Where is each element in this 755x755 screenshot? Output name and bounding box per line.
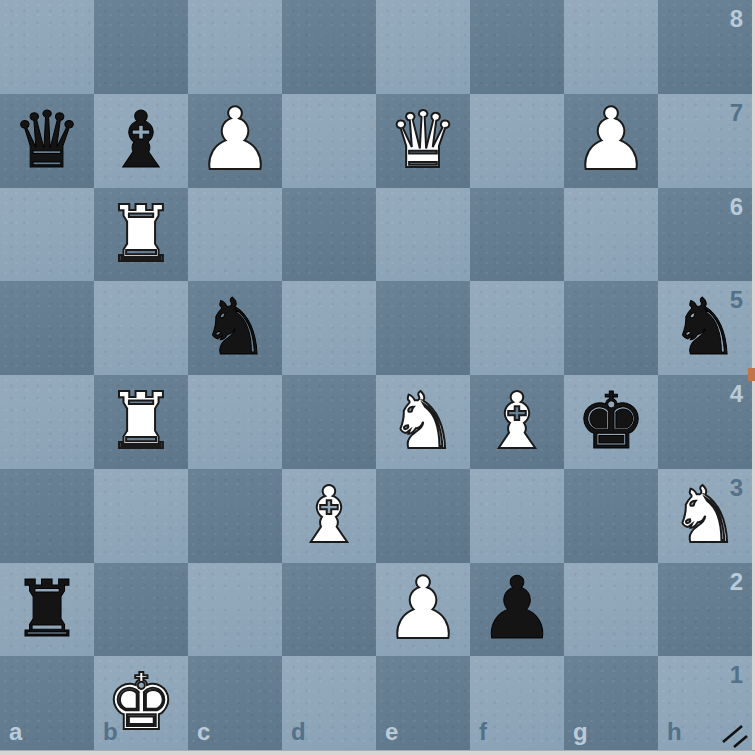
square-f1[interactable]: f	[470, 656, 564, 750]
square-a1[interactable]: a	[0, 656, 94, 750]
chess-board: 8♛♝♟♛♟7♜6♞5♞♜♞♝♚4♝3♞♜♟♟2ab♚cdefg1h	[0, 0, 752, 750]
square-d6[interactable]	[282, 188, 376, 282]
square-h7[interactable]: 7	[658, 94, 752, 188]
square-h5[interactable]: 5♞	[658, 281, 752, 375]
square-b3[interactable]	[94, 469, 188, 563]
square-a6[interactable]	[0, 188, 94, 282]
square-f6[interactable]	[470, 188, 564, 282]
file-label-g: g	[573, 720, 588, 744]
square-e8[interactable]	[376, 0, 470, 94]
square-g1[interactable]: g	[564, 656, 658, 750]
piece-white-bishop[interactable]: ♝	[470, 375, 564, 469]
piece-black-queen[interactable]: ♛	[0, 94, 94, 188]
square-g6[interactable]	[564, 188, 658, 282]
square-b4[interactable]: ♜	[94, 375, 188, 469]
square-d2[interactable]	[282, 563, 376, 657]
square-h8[interactable]: 8	[658, 0, 752, 94]
page-edge-bottom	[0, 750, 755, 755]
square-b2[interactable]	[94, 563, 188, 657]
piece-white-pawn[interactable]: ♟	[188, 94, 282, 188]
square-e1[interactable]: e	[376, 656, 470, 750]
chess-app-viewport: 8♛♝♟♛♟7♜6♞5♞♜♞♝♚4♝3♞♜♟♟2ab♚cdefg1h	[0, 0, 755, 755]
square-f2[interactable]: ♟	[470, 563, 564, 657]
rank-label-8: 8	[730, 7, 743, 31]
square-a2[interactable]: ♜	[0, 563, 94, 657]
piece-white-rook[interactable]: ♜	[94, 188, 188, 282]
square-g8[interactable]	[564, 0, 658, 94]
piece-black-pawn[interactable]: ♟	[470, 563, 564, 657]
file-label-f: f	[479, 720, 487, 744]
square-c6[interactable]	[188, 188, 282, 282]
piece-white-knight[interactable]: ♞	[376, 375, 470, 469]
rank-label-6: 6	[730, 195, 743, 219]
square-a3[interactable]	[0, 469, 94, 563]
square-d5[interactable]	[282, 281, 376, 375]
piece-black-king[interactable]: ♚	[564, 375, 658, 469]
piece-black-knight[interactable]: ♞	[188, 281, 282, 375]
square-a4[interactable]	[0, 375, 94, 469]
square-d3[interactable]: ♝	[282, 469, 376, 563]
piece-white-bishop[interactable]: ♝	[282, 469, 376, 563]
square-g2[interactable]	[564, 563, 658, 657]
piece-white-queen[interactable]: ♛	[376, 94, 470, 188]
piece-black-knight[interactable]: ♞	[658, 281, 752, 375]
rank-label-4: 4	[730, 382, 743, 406]
rank-label-1: 1	[730, 663, 743, 687]
square-c8[interactable]	[188, 0, 282, 94]
scrollbar-thumb[interactable]	[748, 368, 755, 381]
square-g4[interactable]: ♚	[564, 375, 658, 469]
square-e6[interactable]	[376, 188, 470, 282]
piece-black-rook[interactable]: ♜	[0, 563, 94, 657]
file-label-c: c	[197, 720, 210, 744]
square-g5[interactable]	[564, 281, 658, 375]
square-b6[interactable]: ♜	[94, 188, 188, 282]
square-h6[interactable]: 6	[658, 188, 752, 282]
square-f3[interactable]	[470, 469, 564, 563]
square-c2[interactable]	[188, 563, 282, 657]
square-c3[interactable]	[188, 469, 282, 563]
square-h3[interactable]: 3♞	[658, 469, 752, 563]
square-d8[interactable]	[282, 0, 376, 94]
square-c7[interactable]: ♟	[188, 94, 282, 188]
square-e5[interactable]	[376, 281, 470, 375]
square-e7[interactable]: ♛	[376, 94, 470, 188]
square-e2[interactable]: ♟	[376, 563, 470, 657]
square-f5[interactable]	[470, 281, 564, 375]
rank-label-2: 2	[730, 570, 743, 594]
file-label-e: e	[385, 720, 398, 744]
square-f8[interactable]	[470, 0, 564, 94]
square-b8[interactable]	[94, 0, 188, 94]
square-a8[interactable]	[0, 0, 94, 94]
square-c5[interactable]: ♞	[188, 281, 282, 375]
square-g7[interactable]: ♟	[564, 94, 658, 188]
file-label-h: h	[667, 720, 682, 744]
square-b1[interactable]: b♚	[94, 656, 188, 750]
piece-white-knight[interactable]: ♞	[658, 469, 752, 563]
piece-white-pawn[interactable]: ♟	[564, 94, 658, 188]
square-c1[interactable]: c	[188, 656, 282, 750]
square-e4[interactable]: ♞	[376, 375, 470, 469]
square-h2[interactable]: 2	[658, 563, 752, 657]
square-g3[interactable]	[564, 469, 658, 563]
piece-black-bishop[interactable]: ♝	[94, 94, 188, 188]
piece-white-pawn[interactable]: ♟	[376, 563, 470, 657]
piece-white-king[interactable]: ♚	[94, 656, 188, 750]
square-c4[interactable]	[188, 375, 282, 469]
square-d7[interactable]	[282, 94, 376, 188]
square-e3[interactable]	[376, 469, 470, 563]
board-resize-handle-icon[interactable]	[719, 721, 749, 749]
square-b7[interactable]: ♝	[94, 94, 188, 188]
file-label-a: a	[9, 720, 22, 744]
piece-white-rook[interactable]: ♜	[94, 375, 188, 469]
rank-label-7: 7	[730, 101, 743, 125]
square-d4[interactable]	[282, 375, 376, 469]
square-f7[interactable]	[470, 94, 564, 188]
file-label-d: d	[291, 720, 306, 744]
square-d1[interactable]: d	[282, 656, 376, 750]
square-h4[interactable]: 4	[658, 375, 752, 469]
square-a7[interactable]: ♛	[0, 94, 94, 188]
square-a5[interactable]	[0, 281, 94, 375]
square-f4[interactable]: ♝	[470, 375, 564, 469]
square-b5[interactable]	[94, 281, 188, 375]
